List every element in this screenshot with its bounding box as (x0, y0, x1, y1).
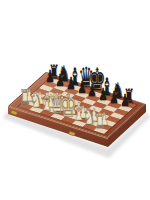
chess-set-photo: ♜♞♟♝♟♛♟♚♟♝♟♞♟♟♜♟♟♜♟♟♞♟♝♟♛♟♚♟♝♟♞♜ (0, 0, 150, 200)
